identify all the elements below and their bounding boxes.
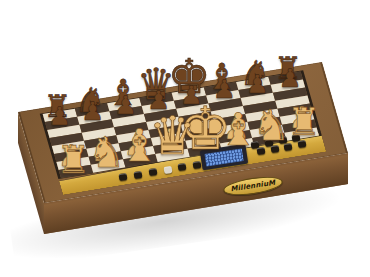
piece-bP-h7[interactable]: ♟ [279,67,302,93]
chess-computer-photo: MillenniuM ♜♞♝♛♚♝♞♜♟♟♟♟♟♟♟♟♟♟♟♟♟♟♟♟♜♞♝♛♚… [0,0,370,277]
piece-wN-b1[interactable]: ♞ [88,132,126,174]
pieces-layer: ♜♞♝♛♚♝♞♜♟♟♟♟♟♟♟♟♟♟♟♟♟♟♟♟♜♞♝♛♚♝♞♜ [0,0,370,277]
piece-bP-g7[interactable]: ♟ [246,72,269,98]
piece-bP-a7[interactable]: ♟ [48,104,71,130]
piece-wB-c1[interactable]: ♝ [120,124,160,168]
piece-bP-c7[interactable]: ♟ [114,94,137,120]
piece-wR-h1[interactable]: ♜ [287,103,321,141]
piece-wR-a1[interactable]: ♜ [57,141,91,179]
piece-bP-b7[interactable]: ♟ [81,99,104,125]
